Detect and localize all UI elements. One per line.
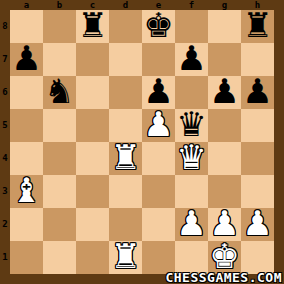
white-rook: ♜ bbox=[110, 141, 140, 174]
watermark: CHESSGAMES.COM bbox=[165, 271, 282, 284]
rank-label-8: 8 bbox=[0, 10, 10, 43]
square-a5[interactable] bbox=[10, 109, 43, 142]
square-b2[interactable] bbox=[43, 208, 76, 241]
square-e5[interactable]: ♟ bbox=[142, 109, 175, 142]
black-rook: ♜ bbox=[242, 9, 272, 42]
square-c5[interactable] bbox=[76, 109, 109, 142]
rank-labels: 87654321 bbox=[0, 10, 10, 274]
square-e4[interactable] bbox=[142, 142, 175, 175]
square-b4[interactable] bbox=[43, 142, 76, 175]
square-f4[interactable]: ♛ bbox=[175, 142, 208, 175]
square-c8[interactable]: ♜ bbox=[76, 10, 109, 43]
chess-diagram: abcdefgh 87654321 ♜♚♜♟♟♞♟♟♟♟♛♜♛♝♟♟♟♜♚ CH… bbox=[0, 0, 284, 284]
square-g4[interactable] bbox=[208, 142, 241, 175]
square-a2[interactable] bbox=[10, 208, 43, 241]
black-pawn: ♟ bbox=[11, 42, 41, 75]
square-g6[interactable]: ♟ bbox=[208, 76, 241, 109]
black-pawn: ♟ bbox=[209, 75, 239, 108]
rank-label-6: 6 bbox=[0, 76, 10, 109]
square-f7[interactable]: ♟ bbox=[175, 43, 208, 76]
square-a3[interactable]: ♝ bbox=[10, 175, 43, 208]
square-h8[interactable]: ♜ bbox=[241, 10, 274, 43]
square-c1[interactable] bbox=[76, 241, 109, 274]
square-h4[interactable] bbox=[241, 142, 274, 175]
square-d6[interactable] bbox=[109, 76, 142, 109]
square-a7[interactable]: ♟ bbox=[10, 43, 43, 76]
square-e8[interactable]: ♚ bbox=[142, 10, 175, 43]
white-pawn: ♟ bbox=[143, 108, 173, 141]
chess-board: ♜♚♜♟♟♞♟♟♟♟♛♜♛♝♟♟♟♜♚ bbox=[10, 10, 274, 274]
square-h5[interactable] bbox=[241, 109, 274, 142]
square-b8[interactable] bbox=[43, 10, 76, 43]
black-pawn: ♟ bbox=[176, 42, 206, 75]
white-pawn: ♟ bbox=[176, 207, 206, 240]
square-c2[interactable] bbox=[76, 208, 109, 241]
square-d8[interactable] bbox=[109, 10, 142, 43]
square-c6[interactable] bbox=[76, 76, 109, 109]
rank-label-3: 3 bbox=[0, 175, 10, 208]
rank-label-7: 7 bbox=[0, 43, 10, 76]
white-queen: ♛ bbox=[176, 141, 206, 174]
square-b6[interactable]: ♞ bbox=[43, 76, 76, 109]
rank-label-2: 2 bbox=[0, 208, 10, 241]
black-knight: ♞ bbox=[44, 75, 74, 108]
square-b1[interactable] bbox=[43, 241, 76, 274]
square-g8[interactable] bbox=[208, 10, 241, 43]
square-c4[interactable] bbox=[76, 142, 109, 175]
square-g5[interactable] bbox=[208, 109, 241, 142]
square-c7[interactable] bbox=[76, 43, 109, 76]
square-f2[interactable]: ♟ bbox=[175, 208, 208, 241]
rank-label-4: 4 bbox=[0, 142, 10, 175]
rank-label-5: 5 bbox=[0, 109, 10, 142]
square-a1[interactable] bbox=[10, 241, 43, 274]
square-a6[interactable] bbox=[10, 76, 43, 109]
square-d7[interactable] bbox=[109, 43, 142, 76]
square-d4[interactable]: ♜ bbox=[109, 142, 142, 175]
file-labels: abcdefgh bbox=[10, 0, 274, 10]
white-pawn: ♟ bbox=[242, 207, 272, 240]
square-d1[interactable]: ♜ bbox=[109, 241, 142, 274]
square-h2[interactable]: ♟ bbox=[241, 208, 274, 241]
square-d3[interactable] bbox=[109, 175, 142, 208]
square-c3[interactable] bbox=[76, 175, 109, 208]
square-h6[interactable]: ♟ bbox=[241, 76, 274, 109]
white-bishop: ♝ bbox=[11, 174, 41, 207]
white-king: ♚ bbox=[209, 240, 239, 273]
square-b3[interactable] bbox=[43, 175, 76, 208]
rank-label-1: 1 bbox=[0, 241, 10, 274]
white-rook: ♜ bbox=[110, 240, 140, 273]
square-b5[interactable] bbox=[43, 109, 76, 142]
black-rook: ♜ bbox=[77, 9, 107, 42]
black-king: ♚ bbox=[143, 9, 173, 42]
square-e3[interactable] bbox=[142, 175, 175, 208]
black-pawn: ♟ bbox=[242, 75, 272, 108]
square-e2[interactable] bbox=[142, 208, 175, 241]
